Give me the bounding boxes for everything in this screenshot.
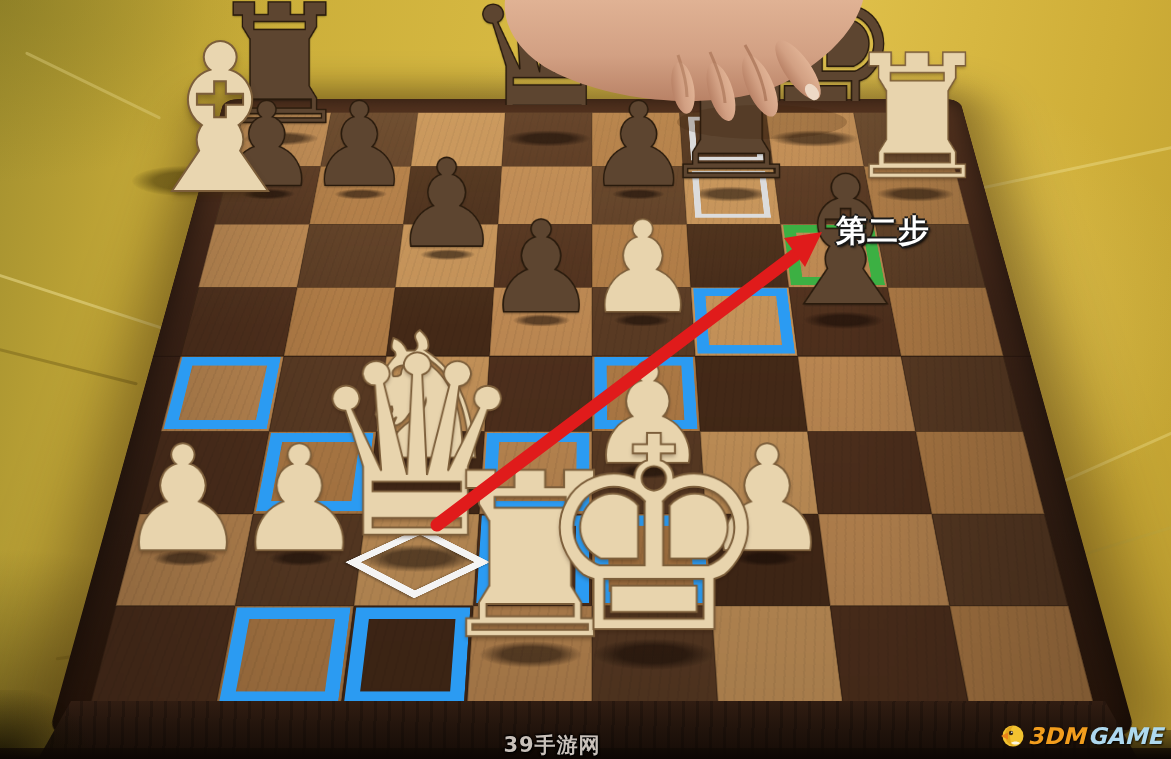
step-annotation-label: 第二步 [836,210,929,252]
square-h4[interactable] [901,356,1023,431]
logo-text-game: GAME [1088,723,1163,749]
captured-white-bishop: ♝ [128,18,228,223]
bird-logo-icon [999,722,1026,749]
square-a1[interactable] [90,605,235,707]
table-scratch [0,341,138,385]
square-h3[interactable] [915,431,1044,514]
table-scratch [0,269,176,334]
piece-glyph: ♚ [499,402,808,671]
square-h2[interactable] [931,514,1068,605]
logo-text-3dm: 3DM [1028,723,1086,749]
game-screenshot: ♜♛♚♟♟♟♜♜♟♟♟♝♞♟♟♟♛♟♜♚ ♝ 第二步 39手游网 [0,0,1171,759]
square-g1[interactable] [830,605,969,707]
brand-logo: 3DM GAME [999,722,1163,749]
legal-move-highlight-b1 [218,607,350,704]
square-h1[interactable] [949,605,1094,707]
site-watermark: 39手游网 [503,731,600,759]
